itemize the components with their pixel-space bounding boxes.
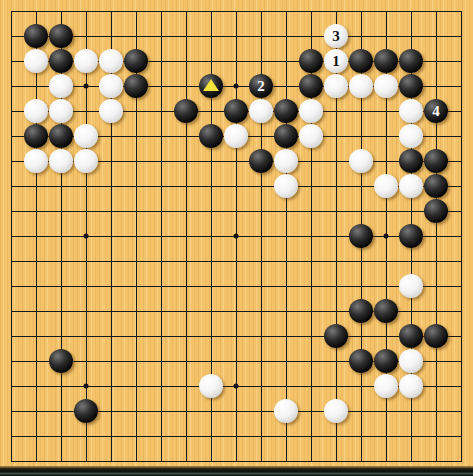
black-stone[interactable] [399, 74, 423, 98]
white-stone[interactable] [274, 149, 298, 173]
white-stone[interactable] [49, 99, 73, 123]
white-stone[interactable] [399, 99, 423, 123]
star-point [84, 384, 89, 389]
black-stone[interactable] [49, 124, 73, 148]
black-stone[interactable] [399, 149, 423, 173]
grid-line-horizontal [11, 461, 462, 462]
white-stone[interactable] [324, 74, 348, 98]
white-stone[interactable] [199, 374, 223, 398]
white-stone[interactable] [399, 174, 423, 198]
white-stone[interactable] [49, 74, 73, 98]
white-stone[interactable] [299, 124, 323, 148]
white-stone[interactable] [274, 399, 298, 423]
white-stone[interactable] [74, 124, 98, 148]
white-stone[interactable] [399, 349, 423, 373]
grid-line-vertical [436, 11, 437, 462]
white-stone[interactable] [99, 49, 123, 73]
black-stone[interactable] [224, 99, 248, 123]
black-stone[interactable] [374, 299, 398, 323]
black-stone[interactable] [399, 324, 423, 348]
black-stone[interactable] [24, 124, 48, 148]
black-stone[interactable] [349, 49, 373, 73]
white-stone[interactable] [349, 74, 373, 98]
white-stone[interactable]: 3 [324, 24, 348, 48]
white-stone[interactable] [24, 149, 48, 173]
triangle-marker-icon [203, 79, 219, 91]
white-stone[interactable] [374, 174, 398, 198]
white-stone[interactable] [324, 399, 348, 423]
go-diagram: 3124 [0, 0, 473, 476]
black-stone[interactable] [74, 399, 98, 423]
white-stone[interactable] [49, 149, 73, 173]
grid-line-vertical [286, 11, 287, 462]
black-stone[interactable] [24, 24, 48, 48]
black-stone[interactable] [399, 224, 423, 248]
black-stone[interactable] [124, 74, 148, 98]
black-stone[interactable] [349, 299, 373, 323]
black-stone[interactable] [349, 349, 373, 373]
black-stone[interactable]: 4 [424, 99, 448, 123]
white-stone[interactable] [249, 99, 273, 123]
grid-line-horizontal [11, 261, 462, 262]
white-stone[interactable] [374, 374, 398, 398]
black-stone[interactable] [374, 349, 398, 373]
black-stone[interactable] [349, 224, 373, 248]
black-stone[interactable] [399, 49, 423, 73]
white-stone[interactable] [224, 124, 248, 148]
black-stone[interactable] [374, 49, 398, 73]
star-point [384, 234, 389, 239]
black-stone[interactable] [199, 74, 223, 98]
white-stone[interactable] [24, 99, 48, 123]
star-point [84, 84, 89, 89]
white-stone[interactable] [274, 174, 298, 198]
move-number-label: 2 [257, 79, 265, 94]
white-stone[interactable] [74, 49, 98, 73]
white-stone[interactable] [399, 374, 423, 398]
black-stone[interactable] [49, 24, 73, 48]
grid-line-horizontal [11, 436, 462, 437]
black-stone[interactable]: 2 [249, 74, 273, 98]
white-stone[interactable] [349, 149, 373, 173]
move-number-label: 4 [432, 104, 440, 119]
grid-line-horizontal [11, 336, 462, 337]
move-number-label: 1 [332, 54, 340, 69]
white-stone[interactable] [99, 99, 123, 123]
black-stone[interactable] [424, 174, 448, 198]
black-stone[interactable] [424, 149, 448, 173]
white-stone[interactable] [299, 99, 323, 123]
white-stone[interactable] [399, 124, 423, 148]
black-stone[interactable] [199, 124, 223, 148]
board-edge [0, 466, 473, 476]
white-stone[interactable] [99, 74, 123, 98]
white-stone[interactable] [374, 74, 398, 98]
black-stone[interactable] [424, 324, 448, 348]
white-stone[interactable] [74, 149, 98, 173]
star-point [234, 84, 239, 89]
star-point [234, 384, 239, 389]
black-stone[interactable] [274, 124, 298, 148]
black-stone[interactable] [299, 49, 323, 73]
black-stone[interactable] [124, 49, 148, 73]
grid-line-horizontal [11, 286, 462, 287]
black-stone[interactable] [49, 349, 73, 373]
black-stone[interactable] [324, 324, 348, 348]
black-stone[interactable] [174, 99, 198, 123]
black-stone[interactable] [274, 99, 298, 123]
white-stone[interactable] [399, 274, 423, 298]
white-stone[interactable]: 1 [324, 49, 348, 73]
black-stone[interactable] [249, 149, 273, 173]
grid-line-vertical [461, 11, 462, 462]
star-point [234, 234, 239, 239]
black-stone[interactable] [424, 199, 448, 223]
white-stone[interactable] [24, 49, 48, 73]
star-point [84, 234, 89, 239]
black-stone[interactable] [299, 74, 323, 98]
go-board[interactable]: 3124 [0, 0, 473, 468]
black-stone[interactable] [49, 49, 73, 73]
move-number-label: 3 [332, 29, 340, 44]
